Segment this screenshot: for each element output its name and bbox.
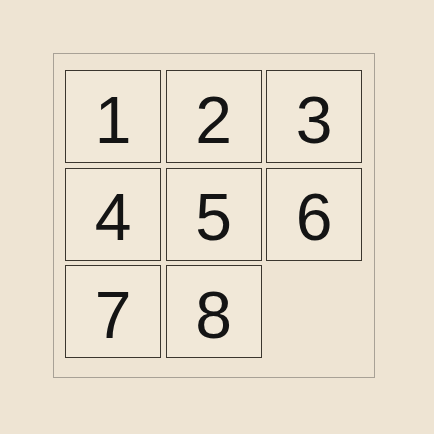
tile-label: 1 xyxy=(95,87,132,153)
tile-7[interactable]: 7 xyxy=(65,265,161,358)
tile-label: 5 xyxy=(195,184,232,250)
tile-4[interactable]: 4 xyxy=(65,168,161,261)
tile-label: 2 xyxy=(195,87,232,153)
blank-cell xyxy=(266,265,362,358)
tile-label: 3 xyxy=(296,87,333,153)
puzzle-page: 12345678 xyxy=(0,0,434,434)
tile-label: 6 xyxy=(296,184,333,250)
tile-1[interactable]: 1 xyxy=(65,70,161,163)
tile-6[interactable]: 6 xyxy=(266,168,362,261)
puzzle-board: 12345678 xyxy=(65,70,362,358)
tile-label: 4 xyxy=(95,184,132,250)
tile-label: 7 xyxy=(95,282,132,348)
tile-8[interactable]: 8 xyxy=(166,265,262,358)
tile-3[interactable]: 3 xyxy=(266,70,362,163)
tile-5[interactable]: 5 xyxy=(166,168,262,261)
tile-2[interactable]: 2 xyxy=(166,70,262,163)
tile-label: 8 xyxy=(195,282,232,348)
